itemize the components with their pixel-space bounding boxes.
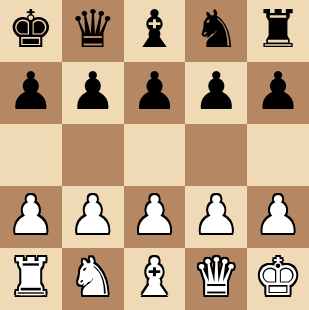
white-pawn-icon: ♟	[131, 189, 178, 241]
square-d3[interactable]	[185, 124, 247, 186]
square-b1[interactable]: ♞	[62, 248, 124, 310]
square-d1[interactable]: ♛	[185, 248, 247, 310]
square-b4[interactable]: ♟	[62, 62, 124, 124]
black-pawn-icon: ♟	[255, 65, 302, 117]
square-c2[interactable]: ♟	[124, 186, 186, 248]
square-e2[interactable]: ♟	[247, 186, 309, 248]
square-c5[interactable]: ♝	[124, 0, 186, 62]
black-pawn-icon: ♟	[193, 65, 240, 117]
white-pawn-icon: ♟	[255, 189, 302, 241]
square-c3[interactable]	[124, 124, 186, 186]
black-knight-icon: ♞	[193, 3, 240, 55]
square-b5[interactable]: ♛	[62, 0, 124, 62]
black-queen-icon: ♛	[69, 3, 116, 55]
square-c1[interactable]: ♝	[124, 248, 186, 310]
square-a1[interactable]: ♜	[0, 248, 62, 310]
white-pawn-icon: ♟	[193, 189, 240, 241]
square-d5[interactable]: ♞	[185, 0, 247, 62]
square-e3[interactable]	[247, 124, 309, 186]
square-a2[interactable]: ♟	[0, 186, 62, 248]
black-bishop-icon: ♝	[131, 3, 178, 55]
white-queen-icon: ♛	[193, 251, 240, 303]
square-e4[interactable]: ♟	[247, 62, 309, 124]
square-b2[interactable]: ♟	[62, 186, 124, 248]
black-pawn-icon: ♟	[8, 65, 55, 117]
square-c4[interactable]: ♟	[124, 62, 186, 124]
square-a4[interactable]: ♟	[0, 62, 62, 124]
black-king-icon: ♚	[8, 3, 55, 55]
square-d2[interactable]: ♟	[185, 186, 247, 248]
chess-board: ♚♛♝♞♜♟♟♟♟♟♟♟♟♟♟♜♞♝♛♚	[0, 0, 309, 310]
white-pawn-icon: ♟	[69, 189, 116, 241]
square-e1[interactable]: ♚	[247, 248, 309, 310]
white-king-icon: ♚	[255, 251, 302, 303]
square-b3[interactable]	[62, 124, 124, 186]
square-d4[interactable]: ♟	[185, 62, 247, 124]
black-pawn-icon: ♟	[69, 65, 116, 117]
square-a3[interactable]	[0, 124, 62, 186]
white-knight-icon: ♞	[69, 251, 116, 303]
black-rook-icon: ♜	[255, 3, 302, 55]
white-bishop-icon: ♝	[131, 251, 178, 303]
square-e5[interactable]: ♜	[247, 0, 309, 62]
white-rook-icon: ♜	[8, 251, 55, 303]
black-pawn-icon: ♟	[131, 65, 178, 117]
white-pawn-icon: ♟	[8, 189, 55, 241]
square-a5[interactable]: ♚	[0, 0, 62, 62]
